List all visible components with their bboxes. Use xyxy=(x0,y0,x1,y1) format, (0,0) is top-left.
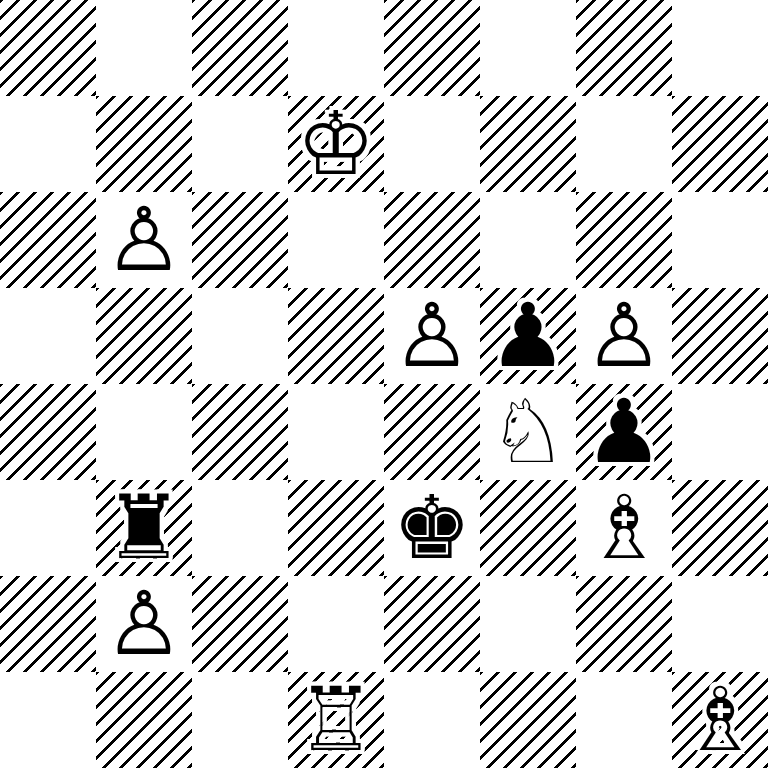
piece-black-king[interactable]: ♚ xyxy=(393,480,472,576)
square-b7[interactable] xyxy=(96,96,192,192)
square-d6[interactable] xyxy=(288,192,384,288)
piece-white-pawn[interactable]: ♙ xyxy=(105,576,184,672)
piece-black-pawn[interactable]: ♟ xyxy=(489,288,568,384)
square-c4[interactable] xyxy=(192,384,288,480)
piece-white-knight[interactable]: ♘ xyxy=(489,384,568,480)
square-g7[interactable] xyxy=(576,96,672,192)
square-a2[interactable] xyxy=(0,576,96,672)
square-f3[interactable] xyxy=(480,480,576,576)
square-h8[interactable] xyxy=(672,0,768,96)
square-h7[interactable] xyxy=(672,96,768,192)
square-h5[interactable] xyxy=(672,288,768,384)
square-b2[interactable]: ♙ xyxy=(96,576,192,672)
square-h6[interactable] xyxy=(672,192,768,288)
square-a6[interactable] xyxy=(0,192,96,288)
square-d5[interactable] xyxy=(288,288,384,384)
piece-white-pawn[interactable]: ♙ xyxy=(105,192,184,288)
square-f5[interactable]: ♟ xyxy=(480,288,576,384)
square-f7[interactable] xyxy=(480,96,576,192)
square-c5[interactable] xyxy=(192,288,288,384)
square-f1[interactable] xyxy=(480,672,576,768)
square-c8[interactable] xyxy=(192,0,288,96)
square-d1[interactable]: ♖ xyxy=(288,672,384,768)
square-c3[interactable] xyxy=(192,480,288,576)
square-a8[interactable] xyxy=(0,0,96,96)
piece-white-king[interactable]: ♔ xyxy=(297,96,376,192)
square-d3[interactable] xyxy=(288,480,384,576)
square-h1[interactable]: ♗ xyxy=(672,672,768,768)
square-e5[interactable]: ♙ xyxy=(384,288,480,384)
square-d8[interactable] xyxy=(288,0,384,96)
square-a3[interactable] xyxy=(0,480,96,576)
square-b8[interactable] xyxy=(96,0,192,96)
square-g6[interactable] xyxy=(576,192,672,288)
square-h2[interactable] xyxy=(672,576,768,672)
piece-white-bishop[interactable]: ♗ xyxy=(681,672,760,768)
square-f2[interactable] xyxy=(480,576,576,672)
square-c6[interactable] xyxy=(192,192,288,288)
square-g1[interactable] xyxy=(576,672,672,768)
piece-white-pawn[interactable]: ♙ xyxy=(585,288,664,384)
square-h3[interactable] xyxy=(672,480,768,576)
square-e4[interactable] xyxy=(384,384,480,480)
square-f4[interactable]: ♘ xyxy=(480,384,576,480)
square-e6[interactable] xyxy=(384,192,480,288)
square-d7[interactable]: ♔ xyxy=(288,96,384,192)
square-g2[interactable] xyxy=(576,576,672,672)
square-d2[interactable] xyxy=(288,576,384,672)
square-f6[interactable] xyxy=(480,192,576,288)
square-e3[interactable]: ♚ xyxy=(384,480,480,576)
square-a1[interactable] xyxy=(0,672,96,768)
piece-white-pawn[interactable]: ♙ xyxy=(393,288,472,384)
square-b1[interactable] xyxy=(96,672,192,768)
square-b6[interactable]: ♙ xyxy=(96,192,192,288)
square-g8[interactable] xyxy=(576,0,672,96)
square-a7[interactable] xyxy=(0,96,96,192)
square-g5[interactable]: ♙ xyxy=(576,288,672,384)
square-c7[interactable] xyxy=(192,96,288,192)
square-d4[interactable] xyxy=(288,384,384,480)
square-h4[interactable] xyxy=(672,384,768,480)
square-e2[interactable] xyxy=(384,576,480,672)
square-f8[interactable] xyxy=(480,0,576,96)
piece-black-pawn[interactable]: ♟ xyxy=(585,384,664,480)
square-e8[interactable] xyxy=(384,0,480,96)
piece-black-rook[interactable]: ♜ xyxy=(105,480,184,576)
square-e7[interactable] xyxy=(384,96,480,192)
square-a4[interactable] xyxy=(0,384,96,480)
square-b5[interactable] xyxy=(96,288,192,384)
square-c1[interactable] xyxy=(192,672,288,768)
square-a5[interactable] xyxy=(0,288,96,384)
square-c2[interactable] xyxy=(192,576,288,672)
square-g4[interactable]: ♟ xyxy=(576,384,672,480)
square-b4[interactable] xyxy=(96,384,192,480)
square-b3[interactable]: ♜ xyxy=(96,480,192,576)
chess-board: ♔♙♙♟♙♘♟♜♚♗♙♖♗ xyxy=(0,0,768,768)
square-g3[interactable]: ♗ xyxy=(576,480,672,576)
square-e1[interactable] xyxy=(384,672,480,768)
piece-white-bishop[interactable]: ♗ xyxy=(585,480,664,576)
piece-white-rook[interactable]: ♖ xyxy=(297,672,376,768)
